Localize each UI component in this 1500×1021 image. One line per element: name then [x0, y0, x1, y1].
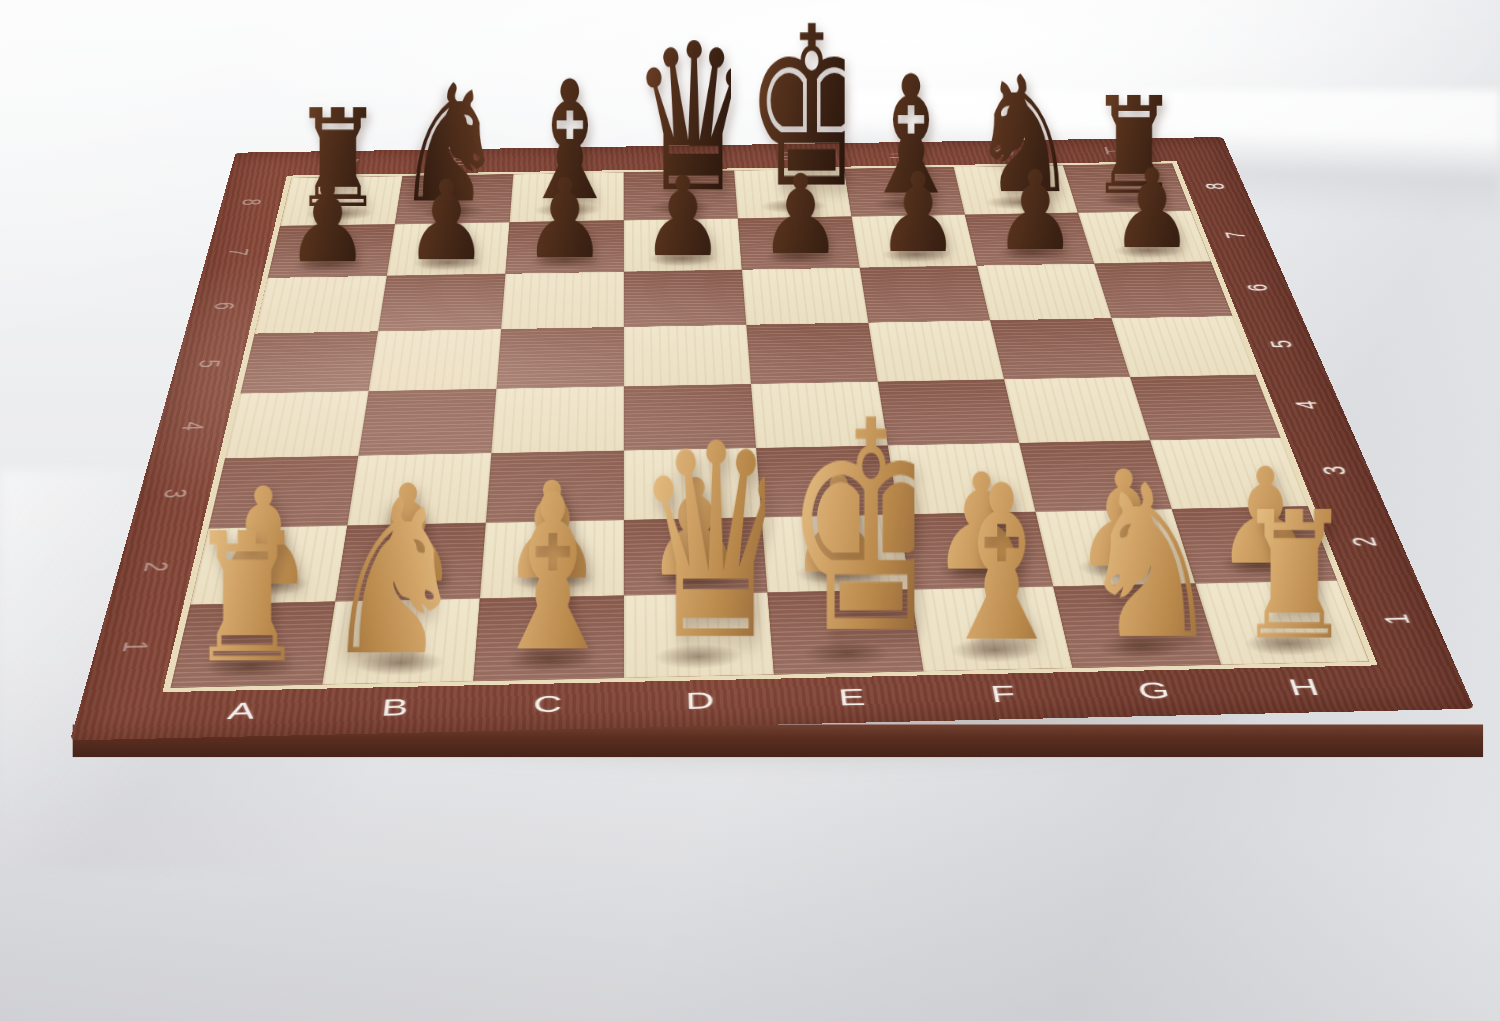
piece-white-knight-g1[interactable]: ♞: [1078, 457, 1215, 668]
square-g1[interactable]: ♞: [1053, 584, 1221, 669]
piece-white-knight-b1[interactable]: ♞: [329, 472, 467, 685]
piece-black-pawn-h7[interactable]: ♟: [1096, 155, 1207, 265]
file-label-b: B: [316, 689, 473, 726]
piece-white-rook-a1[interactable]: ♜: [184, 510, 311, 688]
square-d1[interactable]: ♛: [624, 593, 774, 678]
piece-black-pawn-b7[interactable]: ♟: [390, 166, 502, 277]
square-b1[interactable]: ♞: [322, 599, 480, 685]
file-label-f: F: [925, 676, 1083, 712]
file-label-e: E: [775, 679, 930, 716]
square-c6[interactable]: [501, 272, 624, 329]
square-e6[interactable]: [742, 268, 868, 325]
piece-white-queen-d1[interactable]: ♛: [633, 409, 765, 678]
square-h7[interactable]: ♟: [1078, 211, 1211, 264]
square-g4[interactable]: [1004, 377, 1150, 443]
square-a4[interactable]: [225, 391, 369, 458]
piece-black-pawn-g7[interactable]: ♟: [979, 157, 1091, 267]
piece-black-pawn-a7[interactable]: ♟: [271, 168, 383, 279]
board-grid: ♜♞♝♛♚♝♞♜♟♟♟♟♟♟♟♟♟♟♟♟♟♟♟♟♜♞♝♛♚♝♞♜: [162, 161, 1377, 692]
square-c1[interactable]: ♝: [473, 596, 624, 682]
square-c7[interactable]: ♟: [506, 220, 624, 273]
rank-label-left-6: 6: [161, 294, 288, 317]
square-b7[interactable]: ♟: [387, 222, 510, 276]
chess-board: ABCDEFGH ABCDEFGH 87654321 87654321 ♜♞♝♛…: [70, 137, 1474, 740]
square-d7[interactable]: ♟: [624, 218, 742, 271]
square-a7[interactable]: ♟: [268, 224, 395, 278]
file-label-c: C: [470, 686, 624, 723]
piece-black-pawn-f7[interactable]: ♟: [862, 159, 974, 269]
square-a1[interactable]: ♜: [171, 602, 336, 688]
piece-white-king-e1[interactable]: ♚: [783, 384, 915, 675]
piece-black-pawn-c7[interactable]: ♟: [509, 164, 621, 274]
file-label-h: H: [1224, 670, 1386, 706]
square-h5[interactable]: [1111, 316, 1255, 377]
square-f6[interactable]: [860, 266, 990, 323]
square-c5[interactable]: [496, 327, 623, 389]
square-d5[interactable]: [624, 325, 751, 387]
piece-white-rook-h1[interactable]: ♜: [1232, 489, 1357, 665]
file-label-g: G: [1075, 673, 1235, 709]
square-b6[interactable]: [378, 274, 505, 332]
piece-black-pawn-e7[interactable]: ♟: [745, 161, 857, 271]
square-a5[interactable]: [240, 331, 378, 393]
square-g7[interactable]: ♟: [965, 213, 1094, 266]
square-g5[interactable]: [990, 318, 1130, 379]
tablecloth-backdrop: ABCDEFGH ABCDEFGH 87654321 87654321 ♜♞♝♛…: [0, 0, 1500, 1021]
square-b4[interactable]: [358, 389, 496, 456]
file-label-d: D: [624, 683, 777, 720]
square-e7[interactable]: ♟: [738, 217, 860, 270]
board-tilt: ABCDEFGH ABCDEFGH 87654321 87654321 ♜♞♝♛…: [70, 137, 1474, 740]
square-h6[interactable]: [1094, 262, 1232, 319]
square-b5[interactable]: [369, 329, 502, 391]
square-f7[interactable]: ♟: [852, 215, 978, 268]
square-d6[interactable]: [624, 270, 746, 327]
square-c4[interactable]: [491, 386, 624, 453]
square-a6[interactable]: [255, 276, 387, 334]
square-g6[interactable]: [977, 264, 1111, 321]
piece-black-pawn-d7[interactable]: ♟: [627, 163, 739, 273]
square-h4[interactable]: [1130, 375, 1281, 441]
board-scene: ABCDEFGH ABCDEFGH 87654321 87654321 ♜♞♝♛…: [171, 0, 1331, 964]
piece-white-bishop-c1[interactable]: ♝: [484, 465, 613, 681]
board-front-edge: [73, 725, 1484, 758]
